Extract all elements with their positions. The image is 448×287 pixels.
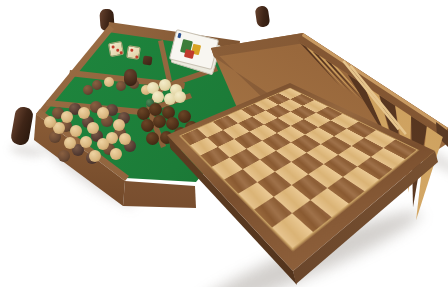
product-photo-stage (0, 0, 448, 287)
